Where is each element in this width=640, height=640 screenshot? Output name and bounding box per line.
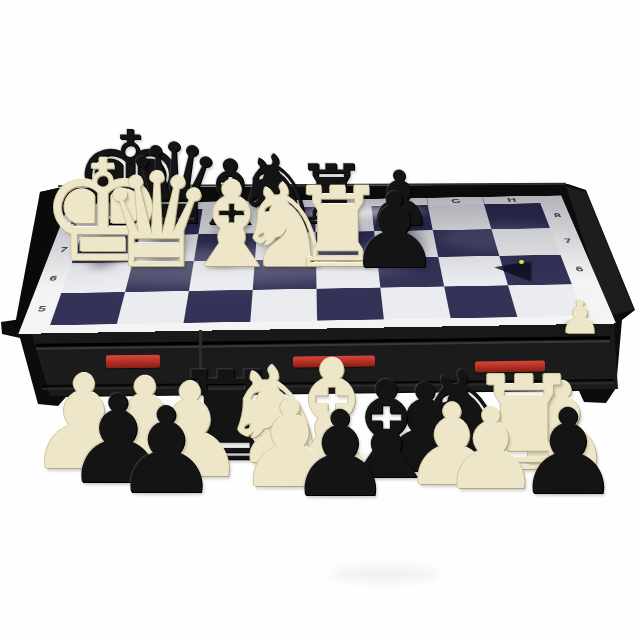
square-g5: [444, 285, 517, 318]
front-strip-c: [182, 322, 250, 331]
black-pawn-front-4: ♟: [107, 392, 226, 511]
yellow-speck: [519, 260, 524, 264]
front-strip-b: [115, 323, 184, 332]
front-strip-g: [451, 317, 520, 326]
floor-shadow: [330, 566, 440, 582]
front-strip-e: [317, 319, 385, 328]
strip-corner-front-left: [18, 325, 50, 334]
square-g6: [438, 256, 508, 286]
white-pawn-box-corner-1: ♟: [557, 294, 603, 340]
front-strip-f: [384, 318, 452, 327]
front-strip-a: [47, 324, 117, 333]
black-pawn-board-2: ♟: [342, 179, 446, 283]
black-pawn-front-5: ♟: [281, 395, 399, 513]
chess-set-photo: GH8877665 ♚♛♝♞♜♟♚♛♝♞♜♟♟♟♟♟♟♟♜♞♟♝♟♝♟♞♟♟♜♟…: [0, 0, 640, 640]
black-pawn-front-7: ♟: [509, 393, 627, 511]
